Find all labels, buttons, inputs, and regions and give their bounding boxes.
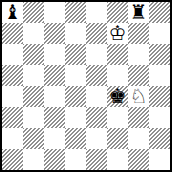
square-g8[interactable]: ♜	[128, 2, 149, 23]
square-f7[interactable]: ♔	[107, 23, 128, 44]
square-a6[interactable]	[2, 44, 23, 65]
square-f8[interactable]	[107, 2, 128, 23]
square-e3[interactable]	[86, 107, 107, 128]
square-g5[interactable]	[128, 65, 149, 86]
square-c6[interactable]	[44, 44, 65, 65]
square-h3[interactable]	[149, 107, 170, 128]
square-g4[interactable]: ♘	[128, 86, 149, 107]
square-f1[interactable]	[107, 149, 128, 170]
square-h4[interactable]	[149, 86, 170, 107]
piece-black-king[interactable]: ♚	[109, 86, 127, 107]
square-g1[interactable]	[128, 149, 149, 170]
square-a4[interactable]	[2, 86, 23, 107]
square-b2[interactable]	[23, 128, 44, 149]
square-c4[interactable]	[44, 86, 65, 107]
square-g2[interactable]	[128, 128, 149, 149]
square-a2[interactable]	[2, 128, 23, 149]
square-c7[interactable]	[44, 23, 65, 44]
square-d3[interactable]	[65, 107, 86, 128]
square-f4[interactable]: ♚	[107, 86, 128, 107]
square-a8[interactable]: ♝	[2, 2, 23, 23]
square-b8[interactable]	[23, 2, 44, 23]
square-g7[interactable]	[128, 23, 149, 44]
square-c1[interactable]	[44, 149, 65, 170]
square-g3[interactable]	[128, 107, 149, 128]
square-d8[interactable]	[65, 2, 86, 23]
square-h1[interactable]	[149, 149, 170, 170]
square-h6[interactable]	[149, 44, 170, 65]
square-d2[interactable]	[65, 128, 86, 149]
square-c5[interactable]	[44, 65, 65, 86]
piece-black-bishop[interactable]: ♝	[4, 2, 22, 23]
chess-board: ♝♜♔♚♘	[0, 0, 172, 172]
square-b7[interactable]	[23, 23, 44, 44]
square-a1[interactable]	[2, 149, 23, 170]
square-b3[interactable]	[23, 107, 44, 128]
square-e2[interactable]	[86, 128, 107, 149]
square-d7[interactable]	[65, 23, 86, 44]
square-e1[interactable]	[86, 149, 107, 170]
square-h8[interactable]	[149, 2, 170, 23]
square-d4[interactable]	[65, 86, 86, 107]
square-c2[interactable]	[44, 128, 65, 149]
square-e8[interactable]	[86, 2, 107, 23]
square-g6[interactable]	[128, 44, 149, 65]
square-e4[interactable]	[86, 86, 107, 107]
square-a5[interactable]	[2, 65, 23, 86]
square-h2[interactable]	[149, 128, 170, 149]
square-c3[interactable]	[44, 107, 65, 128]
piece-black-rook[interactable]: ♜	[130, 2, 148, 23]
square-e6[interactable]	[86, 44, 107, 65]
square-f3[interactable]	[107, 107, 128, 128]
square-f5[interactable]	[107, 65, 128, 86]
square-b1[interactable]	[23, 149, 44, 170]
square-f2[interactable]	[107, 128, 128, 149]
square-a3[interactable]	[2, 107, 23, 128]
square-d6[interactable]	[65, 44, 86, 65]
square-h7[interactable]	[149, 23, 170, 44]
square-b4[interactable]	[23, 86, 44, 107]
square-h5[interactable]	[149, 65, 170, 86]
piece-white-king[interactable]: ♔	[109, 23, 127, 44]
square-d1[interactable]	[65, 149, 86, 170]
square-e7[interactable]	[86, 23, 107, 44]
square-f6[interactable]	[107, 44, 128, 65]
square-b5[interactable]	[23, 65, 44, 86]
piece-white-knight[interactable]: ♘	[130, 86, 148, 107]
square-c8[interactable]	[44, 2, 65, 23]
square-e5[interactable]	[86, 65, 107, 86]
square-a7[interactable]	[2, 23, 23, 44]
square-d5[interactable]	[65, 65, 86, 86]
square-b6[interactable]	[23, 44, 44, 65]
